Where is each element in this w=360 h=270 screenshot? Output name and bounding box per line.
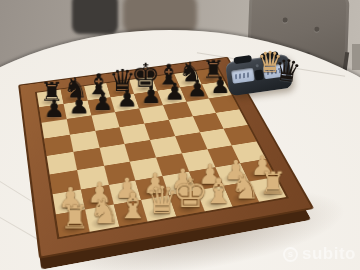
square-e4[interactable] [150,136,182,157]
white-rook-a1[interactable]: ♜ [49,202,100,235]
lcd-digits [235,72,251,79]
square-a7[interactable]: ♟ [39,104,66,123]
clock-rocker-button-left[interactable] [233,55,252,64]
wall-detail [352,44,360,70]
black-pawn-a7[interactable]: ♟ [33,97,75,121]
tuft-button [283,17,288,22]
square-a1[interactable]: ♜ [56,210,89,237]
spare-black-queen[interactable]: ♛ [272,54,302,87]
square-h4[interactable] [224,125,257,145]
square-h5[interactable] [216,109,248,128]
listing-photo: ♜♞♝♛♚♝♞♜♟♟♟♟♟♟♟♟♟♟♟♟♟♟♟♟♜♞♝♛♚♝♞♜ ♛ ♛ s s… [0,0,360,270]
tuft-button [314,27,319,32]
clock-display-left [231,68,255,84]
chess-board: ♜♞♝♛♚♝♞♜♟♟♟♟♟♟♟♟♟♟♟♟♟♟♟♟♜♞♝♛♚♝♞♜ [28,18,272,262]
square-d4[interactable] [125,140,156,161]
